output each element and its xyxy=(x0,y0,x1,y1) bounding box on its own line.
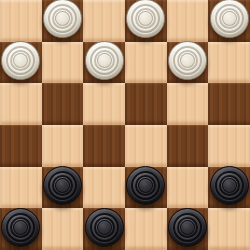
square-r4c2[interactable] xyxy=(83,167,125,209)
square-r4c5[interactable] xyxy=(208,167,250,209)
square-r4c0[interactable] xyxy=(0,167,42,209)
white-checker-piece[interactable] xyxy=(168,41,207,80)
square-r3c2[interactable] xyxy=(83,125,125,167)
square-r1c4[interactable] xyxy=(167,42,209,84)
square-r5c3[interactable] xyxy=(125,208,167,250)
white-checker-piece[interactable] xyxy=(210,0,249,38)
square-r4c1[interactable] xyxy=(42,167,84,209)
piece-core xyxy=(97,53,112,68)
square-r3c3[interactable] xyxy=(125,125,167,167)
piece-core xyxy=(13,220,28,235)
piece-core xyxy=(180,53,195,68)
square-r4c3[interactable] xyxy=(125,167,167,209)
piece-core xyxy=(55,11,70,26)
square-r2c0[interactable] xyxy=(0,83,42,125)
white-checker-piece[interactable] xyxy=(85,41,124,80)
square-r5c4[interactable] xyxy=(167,208,209,250)
square-r5c1[interactable] xyxy=(42,208,84,250)
square-r0c0[interactable] xyxy=(0,0,42,42)
square-r0c3[interactable] xyxy=(125,0,167,42)
square-r5c2[interactable] xyxy=(83,208,125,250)
piece-core xyxy=(55,178,70,193)
square-r0c5[interactable] xyxy=(208,0,250,42)
square-r2c2[interactable] xyxy=(83,83,125,125)
square-r0c4[interactable] xyxy=(167,0,209,42)
square-r2c1[interactable] xyxy=(42,83,84,125)
square-r0c1[interactable] xyxy=(42,0,84,42)
square-r1c0[interactable] xyxy=(0,42,42,84)
square-r5c0[interactable] xyxy=(0,208,42,250)
piece-core xyxy=(138,178,153,193)
square-r3c1[interactable] xyxy=(42,125,84,167)
black-checker-piece[interactable] xyxy=(168,208,207,247)
piece-core xyxy=(13,53,28,68)
piece-core xyxy=(222,11,237,26)
square-r1c3[interactable] xyxy=(125,42,167,84)
square-r5c5[interactable] xyxy=(208,208,250,250)
black-checker-piece[interactable] xyxy=(43,166,82,205)
black-checker-piece[interactable] xyxy=(126,166,165,205)
square-r3c5[interactable] xyxy=(208,125,250,167)
square-r1c1[interactable] xyxy=(42,42,84,84)
square-r4c4[interactable] xyxy=(167,167,209,209)
black-checker-piece[interactable] xyxy=(210,166,249,205)
white-checker-piece[interactable] xyxy=(1,41,40,80)
square-r3c4[interactable] xyxy=(167,125,209,167)
square-r0c2[interactable] xyxy=(83,0,125,42)
square-r2c5[interactable] xyxy=(208,83,250,125)
piece-core xyxy=(222,178,237,193)
square-r2c4[interactable] xyxy=(167,83,209,125)
piece-core xyxy=(138,11,153,26)
black-checker-piece[interactable] xyxy=(85,208,124,247)
square-r1c5[interactable] xyxy=(208,42,250,84)
square-r1c2[interactable] xyxy=(83,42,125,84)
game-stage xyxy=(0,0,250,250)
piece-core xyxy=(180,220,195,235)
white-checker-piece[interactable] xyxy=(126,0,165,38)
square-r2c3[interactable] xyxy=(125,83,167,125)
checkers-board xyxy=(0,0,250,250)
white-checker-piece[interactable] xyxy=(43,0,82,38)
black-checker-piece[interactable] xyxy=(1,208,40,247)
square-r3c0[interactable] xyxy=(0,125,42,167)
piece-core xyxy=(97,220,112,235)
